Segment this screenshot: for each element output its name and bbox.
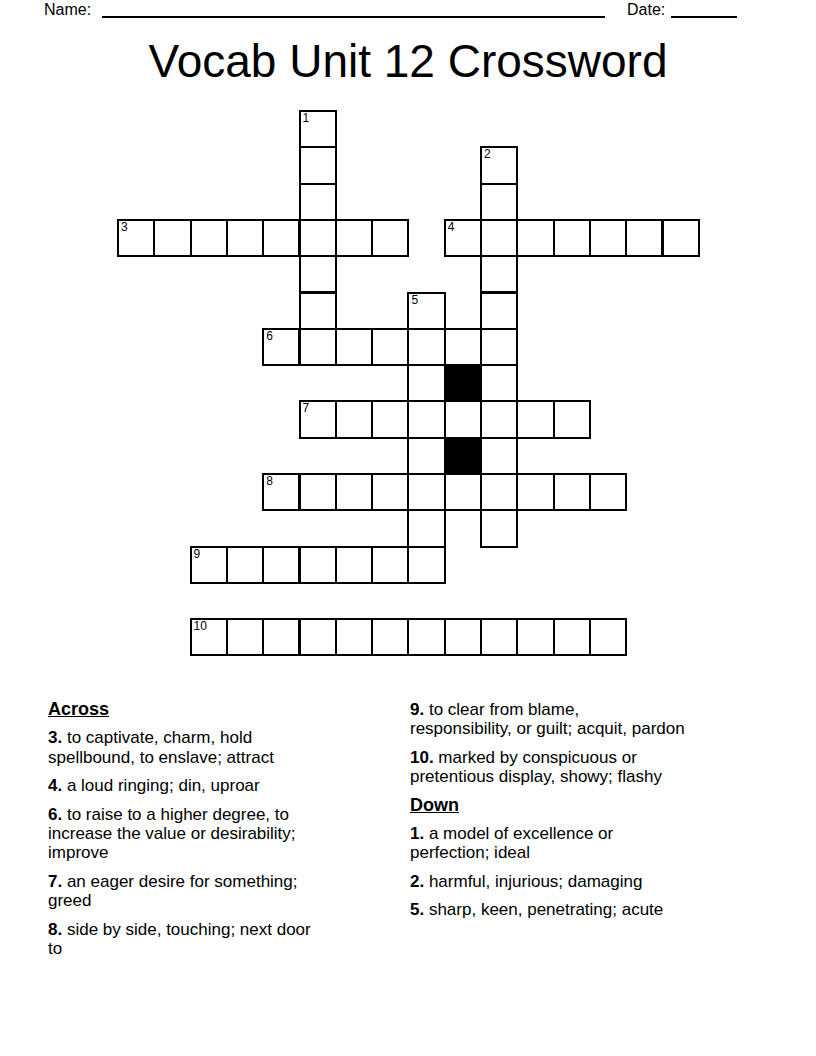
grid-cell[interactable]: [480, 328, 518, 366]
clue-across-3: 3. to captivate, charm, holdspellbound, …: [48, 728, 400, 767]
clue-text-line: perfection; ideal: [410, 843, 530, 862]
grid-cell[interactable]: [371, 328, 409, 366]
clue-text-line: to clear from blame,: [424, 700, 579, 719]
grid-cell[interactable]: [299, 219, 337, 257]
grid-cell[interactable]: 4: [444, 219, 482, 257]
grid-cell[interactable]: [226, 618, 264, 656]
grid-cell-black: [444, 364, 482, 402]
grid-cell[interactable]: [589, 618, 627, 656]
grid-cell[interactable]: [407, 437, 445, 475]
clue-text-line: improve: [48, 843, 108, 862]
clues-right-column: 9. to clear from blame,responsibility, o…: [410, 700, 778, 929]
grid-cell[interactable]: 9: [190, 546, 228, 584]
name-fill-in-line[interactable]: [102, 0, 605, 18]
cell-number: 8: [266, 475, 273, 488]
grid-cell[interactable]: [553, 473, 591, 511]
clue-text-line: harmful, injurious; damaging: [424, 872, 642, 891]
clue-text-line: to captivate, charm, hold: [62, 728, 252, 747]
grid-cell[interactable]: [299, 618, 337, 656]
grid-cell[interactable]: [407, 364, 445, 402]
grid-cell[interactable]: [299, 328, 337, 366]
clue-down-2: 2. harmful, injurious; damaging: [410, 872, 778, 891]
clue-text-line: spellbound, to enslave; attract: [48, 748, 274, 767]
grid-cell[interactable]: [299, 473, 337, 511]
date-label: Date:: [627, 1, 665, 19]
clue-number: 1.: [410, 824, 424, 843]
name-label: Name:: [44, 1, 91, 19]
clue-text-line: to: [48, 939, 62, 958]
clue-across-8: 8. side by side, touching; next doorto: [48, 920, 400, 959]
clue-number: 3.: [48, 728, 62, 747]
cell-number: 7: [303, 402, 310, 415]
clue-text-line: an eager desire for something;: [62, 872, 297, 891]
clue-number: 10.: [410, 748, 434, 767]
grid-cell[interactable]: [516, 618, 554, 656]
grid-cell[interactable]: [262, 618, 300, 656]
grid-cell[interactable]: [153, 219, 191, 257]
grid-cell[interactable]: [299, 546, 337, 584]
grid-cell[interactable]: [371, 546, 409, 584]
grid-cell[interactable]: [335, 618, 373, 656]
grid-cell[interactable]: [516, 473, 554, 511]
grid-cell[interactable]: [226, 219, 264, 257]
clue-number: 6.: [48, 805, 62, 824]
grid-cell[interactable]: [407, 400, 445, 438]
clue-number: 5.: [410, 900, 424, 919]
grid-cell[interactable]: 6: [262, 328, 300, 366]
grid-cell[interactable]: [480, 473, 518, 511]
clue-down-5: 5. sharp, keen, penetrating; acute: [410, 900, 778, 919]
cell-number: 5: [411, 294, 418, 307]
grid-cell[interactable]: [480, 255, 518, 293]
clue-text-line: sharp, keen, penetrating; acute: [424, 900, 663, 919]
grid-cell[interactable]: [480, 509, 518, 547]
grid-cell[interactable]: 3: [117, 219, 155, 257]
grid-cell[interactable]: [625, 219, 663, 257]
cell-number: 9: [194, 548, 201, 561]
clue-across-6: 6. to raise to a higher degree, toincrea…: [48, 805, 400, 863]
grid-cell[interactable]: [335, 219, 373, 257]
clues-left-column: Across3. to captivate, charm, holdspellb…: [48, 700, 400, 967]
grid-cell[interactable]: [299, 146, 337, 184]
grid-cell[interactable]: 1: [299, 110, 337, 148]
grid-cell[interactable]: [480, 618, 518, 656]
grid-cell[interactable]: [480, 400, 518, 438]
grid-cell[interactable]: [335, 546, 373, 584]
grid-cell[interactable]: [371, 618, 409, 656]
grid-cell[interactable]: [262, 219, 300, 257]
worksheet-page: { "game": "crossword", "title": "Vocab U…: [0, 0, 816, 1056]
grid-cell[interactable]: [444, 328, 482, 366]
grid-cell[interactable]: 10: [190, 618, 228, 656]
date-fill-in-line[interactable]: [671, 0, 737, 18]
clue-text-line: responsibility, or guilt; acquit, pardon: [410, 719, 685, 738]
clue-text-line: pretentious display, showy; flashy: [410, 767, 662, 786]
grid-cell[interactable]: [444, 473, 482, 511]
grid-cell[interactable]: [480, 183, 518, 221]
grid-cell[interactable]: [444, 618, 482, 656]
clue-down-1: 1. a model of excellence orperfection; i…: [410, 824, 778, 863]
clue-across-10: 10. marked by conspicuous orpretentious …: [410, 748, 778, 787]
grid-cell[interactable]: [480, 364, 518, 402]
across-heading: Across: [48, 700, 400, 719]
grid-cell[interactable]: [480, 219, 518, 257]
grid-cell[interactable]: [553, 219, 591, 257]
grid-cell[interactable]: [480, 292, 518, 330]
clue-number: 8.: [48, 920, 62, 939]
grid-cell[interactable]: [335, 473, 373, 511]
grid-cell[interactable]: [553, 618, 591, 656]
grid-cell[interactable]: [444, 400, 482, 438]
cell-number: 4: [448, 221, 455, 234]
clue-across-4: 4. a loud ringing; din, uproar: [48, 776, 400, 795]
clue-number: 4.: [48, 776, 62, 795]
grid-cell[interactable]: 7: [299, 400, 337, 438]
grid-cell[interactable]: [262, 546, 300, 584]
clue-number: 7.: [48, 872, 62, 891]
clue-text-line: increase the value or desirability;: [48, 824, 296, 843]
grid-cell[interactable]: [407, 473, 445, 511]
grid-cell[interactable]: [407, 546, 445, 584]
grid-cell[interactable]: [226, 546, 264, 584]
cell-number: 3: [121, 221, 128, 234]
cell-number: 10: [194, 620, 207, 633]
cell-number: 1: [303, 112, 310, 125]
clue-text-line: a loud ringing; din, uproar: [62, 776, 260, 795]
grid-cell[interactable]: [407, 618, 445, 656]
grid-cell[interactable]: [299, 183, 337, 221]
crossword-grid: 12345678910: [117, 110, 700, 657]
clue-number: 9.: [410, 700, 424, 719]
grid-cell[interactable]: [516, 400, 554, 438]
grid-cell[interactable]: [553, 400, 591, 438]
grid-cell[interactable]: [190, 219, 228, 257]
clue-across-7: 7. an eager desire for something;greed: [48, 872, 400, 911]
clue-text-line: marked by conspicuous or: [434, 748, 637, 767]
clue-number: 2.: [410, 872, 424, 891]
grid-cell[interactable]: [335, 328, 373, 366]
grid-cell[interactable]: [516, 219, 554, 257]
clue-across-9: 9. to clear from blame,responsibility, o…: [410, 700, 778, 739]
grid-cell[interactable]: [371, 400, 409, 438]
grid-cell[interactable]: [662, 219, 700, 257]
grid-cell-black: [444, 437, 482, 475]
clue-text-line: to raise to a higher degree, to: [62, 805, 289, 824]
page-title: Vocab Unit 12 Crossword: [0, 34, 816, 88]
grid-cell[interactable]: [480, 437, 518, 475]
clue-text-line: greed: [48, 891, 91, 910]
grid-cell[interactable]: 8: [262, 473, 300, 511]
clue-text-line: side by side, touching; next door: [62, 920, 311, 939]
grid-cell[interactable]: [371, 473, 409, 511]
grid-cell[interactable]: [371, 219, 409, 257]
down-heading: Down: [410, 796, 778, 815]
clue-text-line: a model of excellence or: [424, 824, 613, 843]
grid-cell[interactable]: 5: [407, 292, 445, 330]
grid-cell[interactable]: [335, 400, 373, 438]
grid-cell[interactable]: [299, 255, 337, 293]
cell-number: 6: [266, 330, 273, 343]
grid-cell[interactable]: 2: [480, 146, 518, 184]
cell-number: 2: [484, 148, 491, 161]
grid-cell[interactable]: [299, 292, 337, 330]
grid-cell[interactable]: [589, 219, 627, 257]
grid-cell[interactable]: [589, 473, 627, 511]
grid-cell[interactable]: [407, 328, 445, 366]
grid-cell[interactable]: [407, 509, 445, 547]
